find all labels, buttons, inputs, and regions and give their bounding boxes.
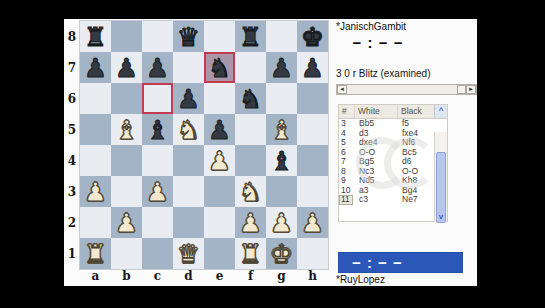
rank-label-3: 3 [65,176,79,207]
white-king: ♚ [266,238,297,269]
square-g2[interactable]: ♟ [266,207,297,238]
square-b6[interactable] [111,83,142,114]
square-b5[interactable]: ♝ [111,114,142,145]
move-cell-num[interactable]: 4 [339,129,354,139]
square-g6[interactable] [266,83,297,114]
move-cell-white[interactable]: Nd5 [354,176,397,186]
black-pawn: ♟ [204,114,235,145]
rank-label-2: 2 [65,207,79,238]
square-e1[interactable] [204,238,235,269]
square-f6[interactable]: ♞ [235,83,266,114]
square-g3[interactable] [266,176,297,207]
move-cell-black[interactable]: f5 [397,119,436,129]
square-g5[interactable]: ♝ [266,114,297,145]
black-bishop: ♝ [266,145,297,176]
black-pawn: ♟ [111,52,142,83]
move-cell-white[interactable]: a3 [354,186,397,196]
rank-label-5: 5 [65,114,79,145]
square-c2[interactable] [142,207,173,238]
header-white: White [354,105,397,118]
top-player-name: *JanischGambit [336,21,406,32]
bottom-player-clock-active: − : − − [338,252,463,273]
square-e7[interactable]: ♞ [204,52,235,83]
move-row-10[interactable]: 10a3Bg4 [339,186,447,196]
move-cell-num[interactable]: 5 [339,138,354,148]
rank-label-7: 7 [65,52,79,83]
square-e6[interactable] [204,83,235,114]
file-label-h: h [297,270,328,283]
black-rook: ♜ [80,21,111,52]
white-pawn: ♟ [142,176,173,207]
move-cell-black[interactable]: O-O [397,167,436,177]
file-label-e: e [204,270,235,283]
move-cell-num[interactable]: 7 [339,157,354,167]
square-h8[interactable]: ♚ [297,21,328,52]
square-g7[interactable]: ♟ [266,52,297,83]
white-rook: ♜ [235,238,266,269]
square-c8[interactable] [142,21,173,52]
file-label-b: b [111,270,142,283]
black-knight: ♞ [235,83,266,114]
rank-label-1: 1 [65,238,79,269]
horizontal-scrollbar[interactable]: ◄ ► [336,84,477,95]
move-list-header: # White Black ^ [339,105,447,119]
move-cell-num[interactable]: 3 [339,119,354,129]
move-row-6[interactable]: 6O-OBc5 [339,148,447,158]
square-a6[interactable] [80,83,111,114]
square-d6[interactable]: ♟ [173,83,204,114]
square-a7[interactable]: ♟ [80,52,111,83]
scroll-up-icon[interactable]: ^ [434,105,447,118]
black-rook: ♜ [235,21,266,52]
rank-label-6: 6 [65,83,79,114]
header-black: Black [397,105,434,118]
scroll-down-icon[interactable]: v [435,212,447,222]
white-pawn: ♟ [235,207,266,238]
square-h1[interactable] [297,238,328,269]
square-c4[interactable] [142,145,173,176]
move-cell-black[interactable]: d6 [397,157,436,167]
file-label-a: a [80,270,111,283]
move-cell-white[interactable]: Bb5 [354,119,397,129]
black-knight: ♞ [204,52,235,83]
square-c3[interactable]: ♟ [142,176,173,207]
bottom-player-name: *RuyLopez [336,274,385,285]
white-rook: ♜ [80,238,111,269]
black-queen: ♛ [173,21,204,52]
move-cell-num[interactable]: 11 [339,195,353,205]
square-h6[interactable] [297,83,328,114]
video-frame: 87654321 ♜♛♜♚♟♟♟♞♟♟♟♞♝♝♞♟♝♟♝♟♟♞♟♟♟♟♜♛♜♚ … [0,0,545,308]
move-row-3[interactable]: 3Bb5f5 [339,119,447,129]
move-cell-black[interactable]: Bg4 [397,186,436,196]
scroll-right-icon[interactable]: ► [466,85,476,94]
bottom-player-clock-text: − : − − [352,254,403,271]
white-pawn: ♟ [204,145,235,176]
white-pawn: ♟ [111,207,142,238]
move-cell-num[interactable]: 8 [339,167,354,177]
square-a5[interactable] [80,114,111,145]
header-move-number: # [339,105,354,118]
scroll-left-icon[interactable]: ◄ [337,85,347,94]
white-queen: ♛ [173,238,204,269]
square-f7[interactable] [235,52,266,83]
move-cell-white[interactable]: c3 [354,195,397,205]
square-d5[interactable]: ♞ [173,114,204,145]
square-h3[interactable] [297,176,328,207]
move-list-body: 3Bb5f54d3fxe45dxe4Nf66O-OBc57Bg5d68Nc3O-… [339,119,447,222]
square-h2[interactable]: ♟ [297,207,328,238]
square-g8[interactable] [266,21,297,52]
black-pawn: ♟ [142,52,173,83]
square-e4[interactable]: ♟ [204,145,235,176]
square-f2[interactable]: ♟ [235,207,266,238]
square-a2[interactable] [80,207,111,238]
square-a1[interactable]: ♜ [80,238,111,269]
square-d7[interactable] [173,52,204,83]
square-d1[interactable]: ♛ [173,238,204,269]
square-f3[interactable]: ♞ [235,176,266,207]
square-d2[interactable] [173,207,204,238]
white-pawn: ♟ [266,207,297,238]
move-row-4[interactable]: 4d3fxe4 [339,129,447,139]
square-b1[interactable] [111,238,142,269]
square-e3[interactable] [204,176,235,207]
black-pawn: ♟ [173,83,204,114]
square-h4[interactable] [297,145,328,176]
square-d8[interactable]: ♛ [173,21,204,52]
square-f1[interactable]: ♜ [235,238,266,269]
black-bishop: ♝ [142,114,173,145]
square-b7[interactable]: ♟ [111,52,142,83]
white-knight: ♞ [235,176,266,207]
square-e8[interactable] [204,21,235,52]
white-bishop: ♝ [111,114,142,145]
move-row-8[interactable]: 8Nc3O-O [339,167,447,177]
move-row-9[interactable]: 9Nd5Kh8 [339,176,447,186]
move-cell-white[interactable]: Bg5 [354,157,397,167]
black-pawn: ♟ [297,52,328,83]
move-list-table: # White Black ^ 3Bb5f54d3fxe45dxe4Nf66O-… [338,104,448,222]
square-e2[interactable] [204,207,235,238]
square-e5[interactable]: ♟ [204,114,235,145]
square-d3[interactable] [173,176,204,207]
black-pawn: ♟ [80,52,111,83]
square-d4[interactable] [173,145,204,176]
white-pawn: ♟ [80,176,111,207]
square-f8[interactable]: ♜ [235,21,266,52]
square-a3[interactable]: ♟ [80,176,111,207]
square-a8[interactable]: ♜ [80,21,111,52]
white-bishop: ♝ [266,114,297,145]
black-king: ♚ [297,21,328,52]
square-b3[interactable] [111,176,142,207]
move-row-7[interactable]: 7Bg5d6 [339,157,447,167]
file-label-d: d [173,270,204,283]
move-row-11[interactable]: 11c3Ne7 [339,195,447,205]
move-cell-white[interactable]: Nc3 [354,167,397,177]
black-pawn: ♟ [266,52,297,83]
square-c5[interactable]: ♝ [142,114,173,145]
square-c6[interactable] [142,83,173,114]
move-cell-num[interactable]: 10 [339,186,354,196]
square-h7[interactable]: ♟ [297,52,328,83]
square-c7[interactable]: ♟ [142,52,173,83]
file-label-f: f [235,270,266,283]
move-cell-black[interactable]: Nf6 [397,138,436,148]
rank-labels: 87654321 [65,21,79,269]
square-b8[interactable] [111,21,142,52]
square-b4[interactable] [111,145,142,176]
white-pawn: ♟ [297,207,328,238]
square-h5[interactable] [297,114,328,145]
move-row-5[interactable]: 5dxe4Nf6 [339,138,447,148]
move-cell-white[interactable]: d3 [354,129,397,139]
move-cell-num[interactable]: 9 [339,176,354,186]
move-cell-black[interactable]: Kh8 [397,176,436,186]
move-cell-black[interactable]: Ne7 [397,195,436,205]
file-labels: abcdefgh [80,270,328,283]
rank-label-4: 4 [65,145,79,176]
square-f5[interactable] [235,114,266,145]
file-label-g: g [266,270,297,283]
move-list-scrollbar[interactable]: v [434,132,447,222]
square-a4[interactable] [80,145,111,176]
square-b2[interactable]: ♟ [111,207,142,238]
square-g1[interactable]: ♚ [266,238,297,269]
chess-board[interactable]: ♜♛♜♚♟♟♟♞♟♟♟♞♝♝♞♟♝♟♝♟♟♞♟♟♟♟♜♛♜♚ [80,21,328,269]
horizontal-scrollbar-thumb[interactable] [457,85,466,94]
game-info-label: 3 0 r Blitz (examined) [336,68,430,79]
chess-app-window: 87654321 ♜♛♜♚♟♟♟♞♟♟♟♞♝♝♞♟♝♟♝♟♟♞♟♟♟♟♜♛♜♚ … [64,19,477,286]
move-cell-white[interactable]: dxe4 [354,138,397,148]
square-g4[interactable]: ♝ [266,145,297,176]
move-cell-num[interactable]: 6 [339,148,354,158]
file-label-c: c [142,270,173,283]
square-f4[interactable] [235,145,266,176]
rank-label-8: 8 [65,21,79,52]
square-c1[interactable] [142,238,173,269]
move-cell-white[interactable]: O-O [354,148,397,158]
move-cell-black[interactable]: fxe4 [397,129,436,139]
move-cell-black[interactable]: Bc5 [397,148,436,158]
top-player-clock: − : − − [336,34,420,51]
white-knight: ♞ [173,114,204,145]
